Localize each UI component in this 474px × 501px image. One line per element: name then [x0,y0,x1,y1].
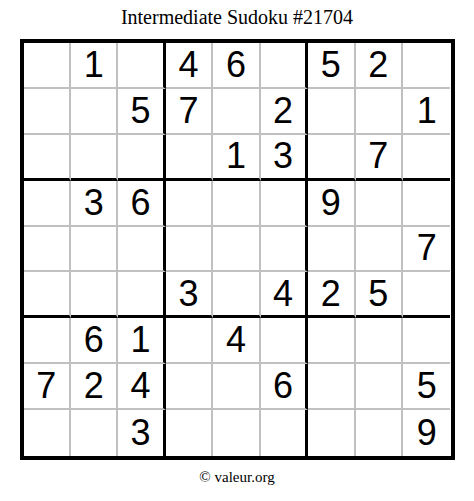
cell-r1c2[interactable]: 1 [71,43,118,89]
cell-r1c8[interactable]: 2 [356,43,403,89]
cell-r6c1[interactable] [24,272,71,318]
cell-r4c9[interactable] [403,181,450,227]
cell-r6c4[interactable]: 3 [166,272,213,318]
cell-r6c8[interactable]: 5 [356,272,403,318]
cell-r5c8[interactable] [356,227,403,273]
sudoku-board: 146525721137369734256147246539 [20,39,455,460]
cell-r8c1[interactable]: 7 [24,364,71,410]
cell-r9c1[interactable] [24,410,71,456]
cell-r5c2[interactable] [71,227,118,273]
cell-r2c2[interactable] [71,89,118,135]
cell-r4c8[interactable] [356,181,403,227]
cell-r2c8[interactable] [356,89,403,135]
cell-r2c1[interactable] [24,89,71,135]
cell-r9c6[interactable] [261,410,308,456]
cell-r4c1[interactable] [24,181,71,227]
cell-r1c4[interactable]: 4 [166,43,213,89]
cell-r9c3[interactable]: 3 [118,410,165,456]
cell-r3c9[interactable] [403,135,450,181]
cell-r3c6[interactable]: 3 [261,135,308,181]
cell-r1c9[interactable] [403,43,450,89]
cell-r7c3[interactable]: 1 [118,318,165,364]
cell-r3c3[interactable] [118,135,165,181]
cell-r9c8[interactable] [356,410,403,456]
cell-r4c2[interactable]: 3 [71,181,118,227]
cell-r6c5[interactable] [213,272,260,318]
puzzle-title: Intermediate Sudoku #21704 [0,0,474,29]
cell-r7c2[interactable]: 6 [71,318,118,364]
cell-r7c8[interactable] [356,318,403,364]
cell-r6c3[interactable] [118,272,165,318]
cell-r8c9[interactable]: 5 [403,364,450,410]
cell-r8c3[interactable]: 4 [118,364,165,410]
cell-r5c5[interactable] [213,227,260,273]
cell-r2c9[interactable]: 1 [403,89,450,135]
cell-r3c5[interactable]: 1 [213,135,260,181]
cell-r2c4[interactable]: 7 [166,89,213,135]
cell-r5c4[interactable] [166,227,213,273]
cell-r4c5[interactable] [213,181,260,227]
cell-r9c5[interactable] [213,410,260,456]
cell-r4c3[interactable]: 6 [118,181,165,227]
cell-r5c3[interactable] [118,227,165,273]
cell-r2c7[interactable] [308,89,355,135]
cell-r8c8[interactable] [356,364,403,410]
cell-r7c9[interactable] [403,318,450,364]
cell-r4c6[interactable] [261,181,308,227]
cell-r9c9[interactable]: 9 [403,410,450,456]
cell-r8c4[interactable] [166,364,213,410]
cell-r8c5[interactable] [213,364,260,410]
cell-r3c1[interactable] [24,135,71,181]
cell-r6c9[interactable] [403,272,450,318]
cell-r6c7[interactable]: 2 [308,272,355,318]
cell-r7c6[interactable] [261,318,308,364]
cell-r3c2[interactable] [71,135,118,181]
cell-r2c5[interactable] [213,89,260,135]
cell-r5c6[interactable] [261,227,308,273]
cell-r1c6[interactable] [261,43,308,89]
cell-r9c7[interactable] [308,410,355,456]
cell-r1c1[interactable] [24,43,71,89]
cell-r3c4[interactable] [166,135,213,181]
cell-r6c2[interactable] [71,272,118,318]
cell-r7c7[interactable] [308,318,355,364]
cell-r8c7[interactable] [308,364,355,410]
cell-r1c5[interactable]: 6 [213,43,260,89]
sudoku-page: Intermediate Sudoku #21704 1465257211373… [0,0,474,501]
cell-r5c9[interactable]: 7 [403,227,450,273]
cell-r3c7[interactable] [308,135,355,181]
cell-r3c8[interactable]: 7 [356,135,403,181]
cell-r5c1[interactable] [24,227,71,273]
cell-r6c6[interactable]: 4 [261,272,308,318]
cell-r9c4[interactable] [166,410,213,456]
cell-r9c2[interactable] [71,410,118,456]
cell-r1c3[interactable] [118,43,165,89]
cell-r4c7[interactable]: 9 [308,181,355,227]
cell-r7c5[interactable]: 4 [213,318,260,364]
cell-r8c6[interactable]: 6 [261,364,308,410]
cell-r2c3[interactable]: 5 [118,89,165,135]
cell-r8c2[interactable]: 2 [71,364,118,410]
cell-r2c6[interactable]: 2 [261,89,308,135]
copyright-text: © valeur.org [0,469,474,486]
cell-r5c7[interactable] [308,227,355,273]
cell-r1c7[interactable]: 5 [308,43,355,89]
cell-r4c4[interactable] [166,181,213,227]
cell-r7c4[interactable] [166,318,213,364]
cell-r7c1[interactable] [24,318,71,364]
